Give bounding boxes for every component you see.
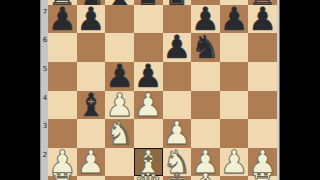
square-b7[interactable]: ♟	[77, 5, 106, 34]
black-pawn[interactable]: ♟	[48, 5, 77, 34]
white-pawn[interactable]: ♟	[134, 91, 163, 120]
white-bishop[interactable]: ♝	[191, 171, 220, 180]
square-g1[interactable]	[220, 176, 249, 180]
white-queen[interactable]: ♛	[134, 171, 163, 180]
square-b1[interactable]	[77, 176, 106, 180]
white-rook[interactable]: ♜	[248, 171, 277, 180]
square-h5[interactable]	[248, 62, 277, 91]
square-f4[interactable]	[191, 91, 220, 120]
black-pawn[interactable]: ♟	[162, 33, 191, 62]
square-g4[interactable]	[220, 91, 249, 120]
square-d7[interactable]	[134, 5, 163, 34]
square-d1[interactable]: ♛	[134, 176, 163, 180]
square-h1[interactable]: ♜	[248, 176, 277, 180]
square-b6[interactable]	[77, 33, 106, 62]
square-h6[interactable]	[248, 33, 277, 62]
square-g7[interactable]: ♟	[220, 5, 249, 34]
black-bishop[interactable]: ♝	[77, 91, 106, 120]
square-a5[interactable]	[48, 62, 77, 91]
square-f5[interactable]	[191, 62, 220, 91]
black-pawn[interactable]: ♟	[77, 5, 106, 34]
square-c1[interactable]	[105, 176, 134, 180]
square-a4[interactable]	[48, 91, 77, 120]
rank-coordinate-gutter: 765432	[40, 0, 48, 180]
white-knight[interactable]: ♞	[105, 119, 134, 148]
white-pawn[interactable]: ♟	[77, 148, 106, 177]
square-f1[interactable]: ♝	[191, 176, 220, 180]
square-h7[interactable]: ♟	[248, 5, 277, 34]
square-f6[interactable]: ♞	[191, 33, 220, 62]
black-pawn[interactable]: ♟	[248, 5, 277, 34]
board-right-border	[277, 0, 280, 180]
square-a7[interactable]: ♟	[48, 5, 77, 34]
white-king[interactable]: ♚	[162, 171, 191, 180]
black-knight[interactable]: ♞	[191, 33, 220, 62]
square-c7[interactable]	[105, 5, 134, 34]
chess-board: ♜♞♝♛♚♜♟♟♟♟♟♟♞♟♟♝♟♟♞♟♟♟♝♞♟♟♟♜♛♚♝♜	[48, 0, 277, 180]
square-c3[interactable]: ♞	[105, 119, 134, 148]
square-g6[interactable]	[220, 33, 249, 62]
white-rook[interactable]: ♜	[48, 171, 77, 180]
black-pawn[interactable]: ♟	[220, 5, 249, 34]
square-a1[interactable]: ♜	[48, 176, 77, 180]
square-c2[interactable]	[105, 148, 134, 177]
square-e1[interactable]: ♚	[163, 176, 192, 180]
chess-gui-viewport: 765432 ♜♞♝♛♚♜♟♟♟♟♟♟♞♟♟♝♟♟♞♟♟♟♝♞♟♟♟♜♛♚♝♜	[0, 0, 320, 180]
square-b4[interactable]: ♝	[77, 91, 106, 120]
square-d4[interactable]: ♟	[134, 91, 163, 120]
square-e5[interactable]	[163, 62, 192, 91]
square-g5[interactable]	[220, 62, 249, 91]
white-pawn[interactable]: ♟	[220, 148, 249, 177]
square-h4[interactable]	[248, 91, 277, 120]
square-a6[interactable]	[48, 33, 77, 62]
square-e6[interactable]: ♟	[163, 33, 192, 62]
square-b2[interactable]: ♟	[77, 148, 106, 177]
square-g2[interactable]: ♟	[220, 148, 249, 177]
